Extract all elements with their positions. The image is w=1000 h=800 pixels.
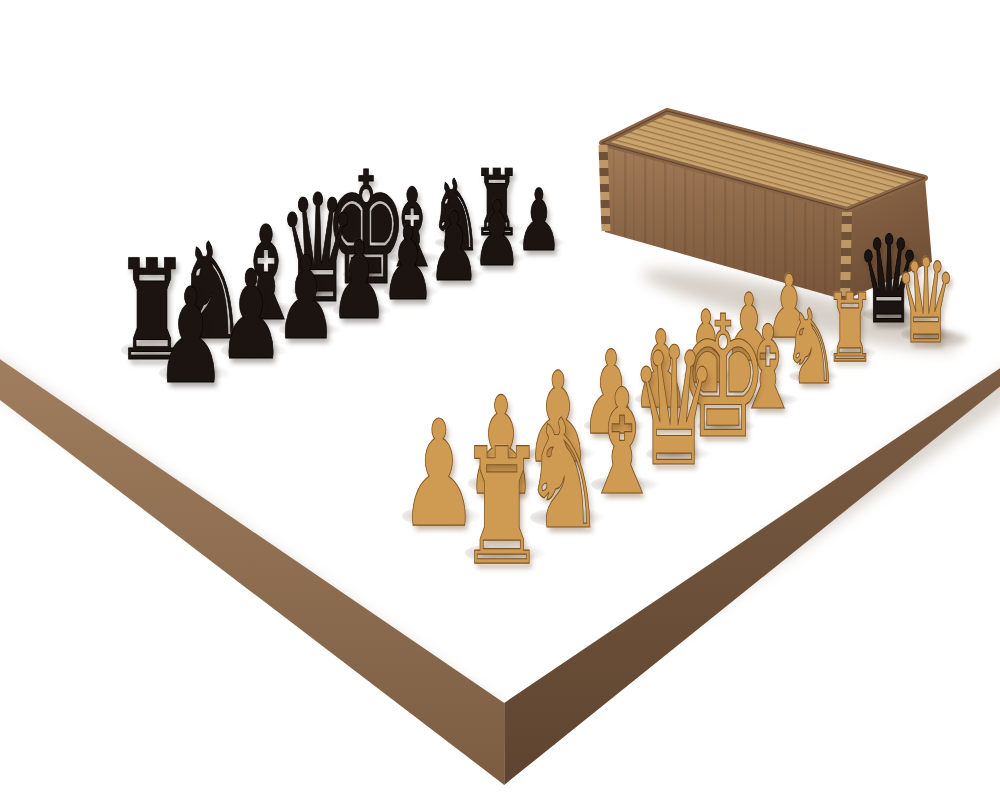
board-shadow bbox=[0, 373, 1000, 733]
spare-queen-black-shadow bbox=[878, 315, 934, 328]
background-layer bbox=[0, 0, 1000, 800]
spare-queen-white-shadow bbox=[918, 333, 968, 345]
box-finger-joints-corner bbox=[845, 212, 847, 299]
scene: ♜♞♟♝♟♚♟♛♟♝♟♛♞♟♟♛♜♟♟♜♟♟♞♟♝♟♚♟♛♟♝♟♞♜ Eboni… bbox=[0, 0, 1000, 800]
shadows bbox=[0, 256, 1000, 733]
box-finger-joints-left bbox=[603, 145, 606, 231]
